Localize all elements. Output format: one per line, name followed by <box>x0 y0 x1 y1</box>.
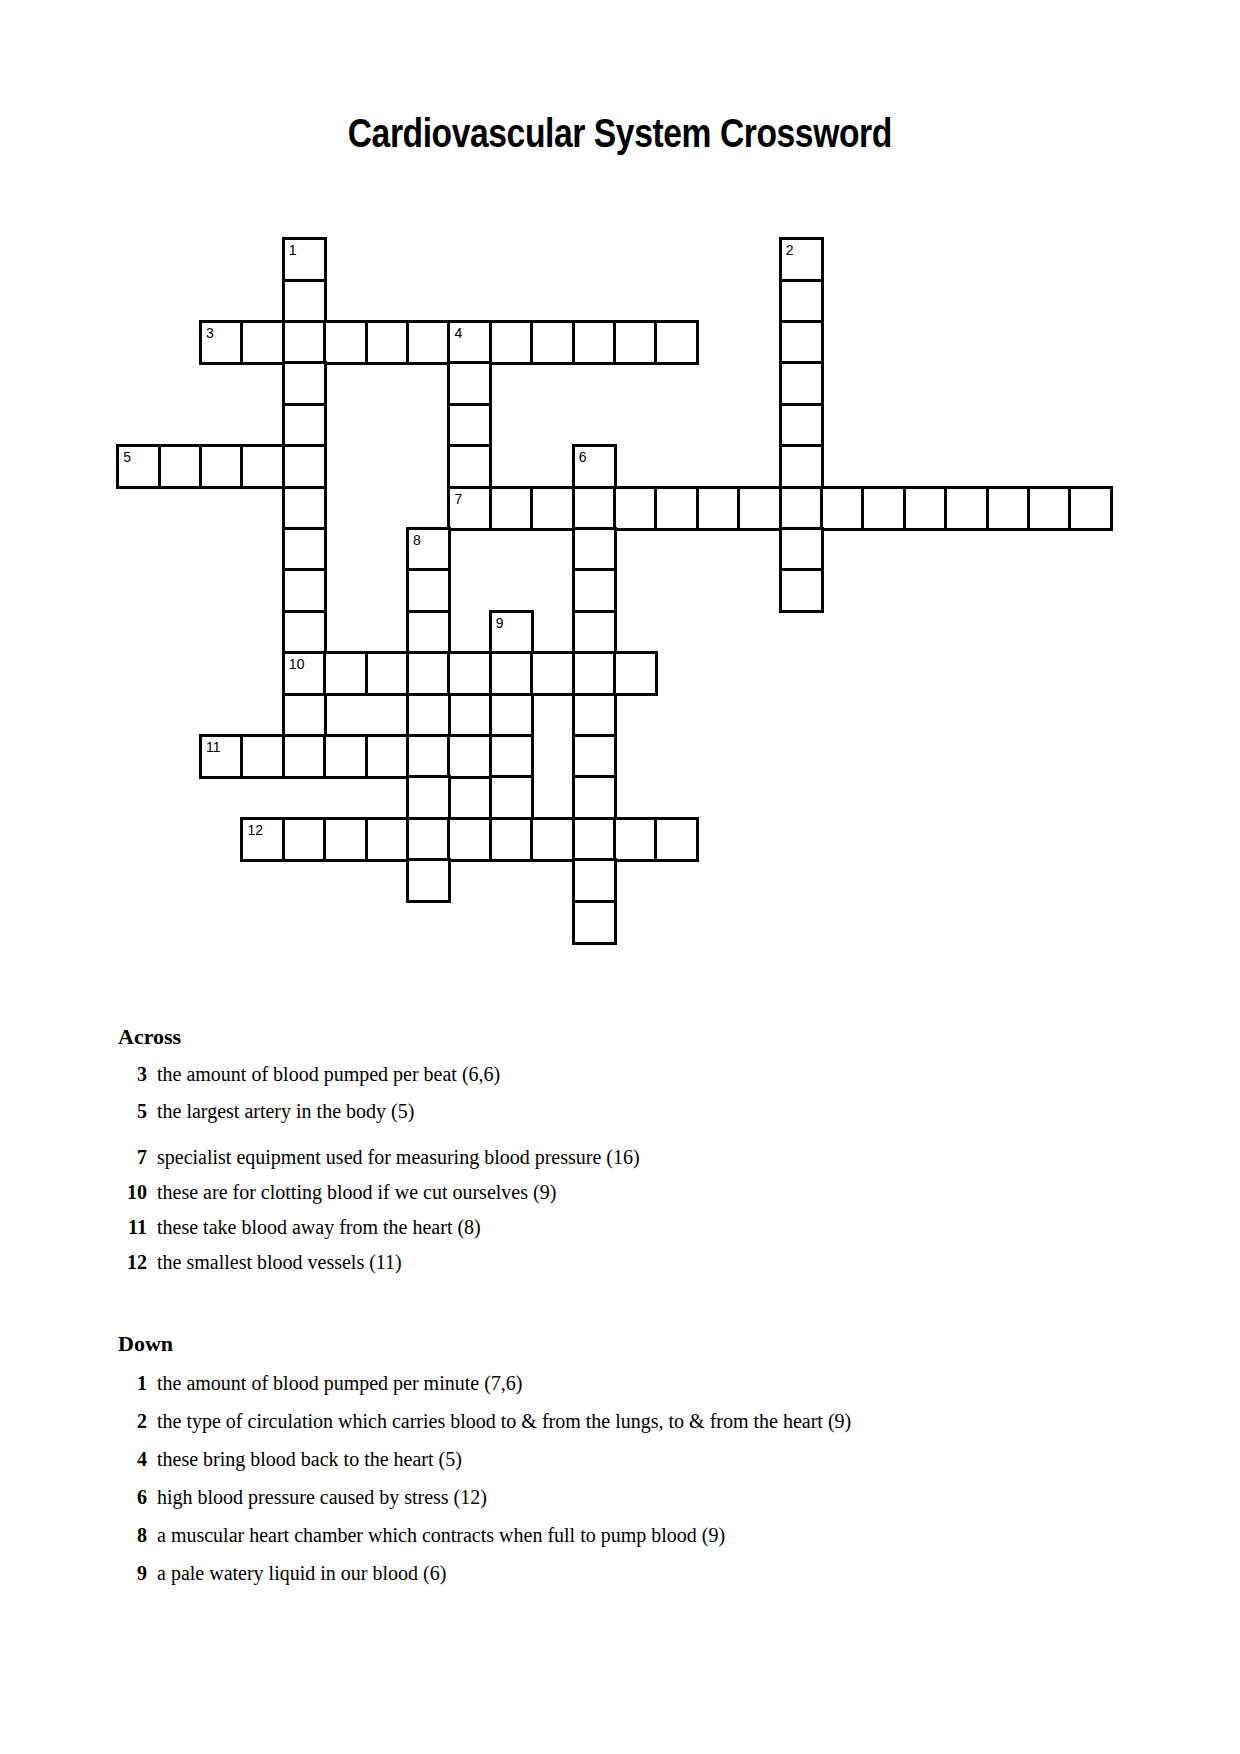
across-clue-3: 3the amount of blood pumped per beat (6,… <box>0 1062 1240 1089</box>
grid-cell-r3c4[interactable] <box>282 361 327 406</box>
clue-number-label-10: 10 <box>289 657 305 671</box>
grid-cell-r3c16[interactable] <box>779 361 824 406</box>
down-clue-6-number: 6 <box>100 1485 147 1509</box>
clue-number-label-4: 4 <box>454 326 462 340</box>
down-clue-1-number: 1 <box>100 1371 147 1395</box>
grid-cell-r9c4[interactable] <box>282 610 327 655</box>
grid-cell-r8c4[interactable] <box>282 568 327 613</box>
page-title: Cardiovascular System Crossword <box>0 112 1240 154</box>
grid-cell-r7c16[interactable] <box>779 527 824 572</box>
grid-cell-r14c9[interactable] <box>489 817 534 862</box>
grid-cell-r1c16[interactable] <box>779 279 824 324</box>
grid-cell-r14c3[interactable]: 12 <box>240 817 285 862</box>
grid-cell-r8c7[interactable] <box>406 568 451 613</box>
across-clue-12: 12the smallest blood vessels (11) <box>0 1250 1240 1277</box>
grid-cell-r1c4[interactable] <box>282 279 327 324</box>
down-clue-9-number: 9 <box>100 1561 147 1585</box>
across-clue-10-text: these are for clotting blood if we cut o… <box>157 1180 556 1204</box>
down-clue-4-number: 4 <box>100 1447 147 1471</box>
grid-cell-r8c16[interactable] <box>779 568 824 613</box>
across-clue-11: 11these take blood away from the heart (… <box>0 1215 1240 1242</box>
grid-cell-r5c3[interactable] <box>240 444 285 489</box>
across-clue-5-number: 5 <box>100 1099 147 1123</box>
grid-cell-r8c11[interactable] <box>572 568 617 613</box>
down-clue-4: 4these bring blood back to the heart (5) <box>0 1447 1240 1474</box>
grid-cell-r12c6[interactable] <box>365 734 410 779</box>
grid-cell-r12c11[interactable] <box>572 734 617 779</box>
across-clue-3-text: the amount of blood pumped per beat (6,6… <box>157 1062 500 1086</box>
grid-cell-r2c16[interactable] <box>779 320 824 365</box>
clue-number-label-6: 6 <box>579 450 587 464</box>
grid-cell-r16c11[interactable] <box>572 900 617 945</box>
page-title-text: Cardiovascular System Crossword <box>348 112 892 154</box>
grid-cell-r12c2[interactable]: 11 <box>199 734 244 779</box>
grid-cell-r6c11[interactable] <box>572 486 617 531</box>
grid-cell-r6c13[interactable] <box>654 486 699 531</box>
grid-cell-r5c16[interactable] <box>779 444 824 489</box>
grid-cell-r6c21[interactable] <box>986 486 1031 531</box>
grid-cell-r0c16[interactable]: 2 <box>779 237 824 282</box>
grid-cell-r4c16[interactable] <box>779 403 824 448</box>
across-clue-11-number: 11 <box>100 1215 147 1239</box>
grid-cell-r6c9[interactable] <box>489 486 534 531</box>
clue-number-label-12: 12 <box>247 823 263 837</box>
clue-number-label-9: 9 <box>496 616 504 630</box>
across-heading: Across <box>118 1025 181 1049</box>
down-clue-8-text: a muscular heart chamber which contracts… <box>157 1523 725 1547</box>
crossword-grid: 123456789101112 <box>118 239 1112 943</box>
grid-cell-r12c8[interactable] <box>447 734 492 779</box>
across-clue-5-text: the largest artery in the body (5) <box>157 1099 414 1123</box>
grid-cell-r2c5[interactable] <box>323 320 368 365</box>
grid-cell-r12c5[interactable] <box>323 734 368 779</box>
grid-cell-r6c20[interactable] <box>944 486 989 531</box>
grid-cell-r14c12[interactable] <box>613 817 658 862</box>
down-clue-2: 2the type of circulation which carries b… <box>0 1409 1240 1436</box>
grid-cell-r6c8[interactable]: 7 <box>447 486 492 531</box>
clue-number-label-1: 1 <box>289 243 297 257</box>
grid-cell-r10c10[interactable] <box>530 651 575 696</box>
grid-cell-r3c8[interactable] <box>447 361 492 406</box>
grid-cell-r2c4[interactable] <box>282 320 327 365</box>
grid-cell-r12c7[interactable] <box>406 734 451 779</box>
grid-cell-r7c4[interactable] <box>282 527 327 572</box>
grid-cell-r14c8[interactable] <box>447 817 492 862</box>
grid-cell-r6c10[interactable] <box>530 486 575 531</box>
grid-cell-r9c7[interactable] <box>406 610 451 655</box>
down-clue-6: 6high blood pressure caused by stress (1… <box>0 1485 1240 1512</box>
down-clue-2-text: the type of circulation which carries bl… <box>157 1409 851 1433</box>
grid-cell-r0c4[interactable]: 1 <box>282 237 327 282</box>
down-clue-9: 9a pale watery liquid in our blood (6) <box>0 1561 1240 1588</box>
grid-cell-r5c0[interactable]: 5 <box>116 444 161 489</box>
down-clue-6-text: high blood pressure caused by stress (12… <box>157 1485 487 1509</box>
grid-cell-r13c9[interactable] <box>489 775 534 820</box>
grid-cell-r6c17[interactable] <box>820 486 865 531</box>
across-clue-12-text: the smallest blood vessels (11) <box>157 1250 402 1274</box>
grid-cell-r14c13[interactable] <box>654 817 699 862</box>
clue-number-label-8: 8 <box>413 533 421 547</box>
grid-cell-r12c4[interactable] <box>282 734 327 779</box>
grid-cell-r14c5[interactable] <box>323 817 368 862</box>
clue-number-label-11: 11 <box>206 740 221 754</box>
grid-cell-r2c6[interactable] <box>365 320 410 365</box>
grid-cell-r9c9[interactable]: 9 <box>489 610 534 655</box>
grid-cell-r12c3[interactable] <box>240 734 285 779</box>
grid-cell-r6c18[interactable] <box>861 486 906 531</box>
grid-cell-r9c11[interactable] <box>572 610 617 655</box>
grid-cell-r2c10[interactable] <box>530 320 575 365</box>
grid-cell-r7c7[interactable]: 8 <box>406 527 451 572</box>
grid-cell-r12c9[interactable] <box>489 734 534 779</box>
down-clue-8: 8a muscular heart chamber which contract… <box>0 1523 1240 1550</box>
grid-cell-r14c6[interactable] <box>365 817 410 862</box>
grid-cell-r11c7[interactable] <box>406 693 451 738</box>
grid-cell-r2c11[interactable] <box>572 320 617 365</box>
grid-cell-r15c11[interactable] <box>572 858 617 903</box>
grid-cell-r6c4[interactable] <box>282 486 327 531</box>
grid-cell-r7c11[interactable] <box>572 527 617 572</box>
grid-cell-r13c11[interactable] <box>572 775 617 820</box>
grid-cell-r14c7[interactable] <box>406 817 451 862</box>
grid-cell-r4c8[interactable] <box>447 403 492 448</box>
down-clue-1-text: the amount of blood pumped per minute (7… <box>157 1371 522 1395</box>
down-clue-9-text: a pale watery liquid in our blood (6) <box>157 1561 446 1585</box>
grid-cell-r6c19[interactable] <box>903 486 948 531</box>
grid-cell-r2c9[interactable] <box>489 320 534 365</box>
grid-cell-r10c7[interactable] <box>406 651 451 696</box>
grid-cell-r5c8[interactable] <box>447 444 492 489</box>
crossword-worksheet-page: Cardiovascular System Crossword 12345678… <box>0 0 1240 1754</box>
grid-cell-r5c2[interactable] <box>199 444 244 489</box>
grid-cell-r2c2[interactable]: 3 <box>199 320 244 365</box>
grid-cell-r6c12[interactable] <box>613 486 658 531</box>
grid-cell-r4c4[interactable] <box>282 403 327 448</box>
grid-cell-r10c4[interactable]: 10 <box>282 651 327 696</box>
grid-cell-r2c13[interactable] <box>654 320 699 365</box>
grid-cell-r2c8[interactable]: 4 <box>447 320 492 365</box>
down-heading: Down <box>118 1332 173 1356</box>
across-clue-11-text: these take blood away from the heart (8) <box>157 1215 481 1239</box>
across-clue-7-number: 7 <box>100 1145 147 1169</box>
clue-number-label-7: 7 <box>454 492 462 506</box>
down-clue-2-number: 2 <box>100 1409 147 1433</box>
grid-cell-r2c7[interactable] <box>406 320 451 365</box>
down-clue-8-number: 8 <box>100 1523 147 1547</box>
down-clue-1: 1the amount of blood pumped per minute (… <box>0 1371 1240 1398</box>
grid-cell-r5c1[interactable] <box>158 444 203 489</box>
grid-cell-r6c14[interactable] <box>696 486 741 531</box>
across-clue-7-text: specialist equipment used for measuring … <box>157 1145 640 1169</box>
grid-cell-r10c5[interactable] <box>323 651 368 696</box>
grid-cell-r2c3[interactable] <box>240 320 285 365</box>
grid-cell-r5c4[interactable] <box>282 444 327 489</box>
clue-number-label-2: 2 <box>786 243 794 257</box>
across-clue-10: 10these are for clotting blood if we cut… <box>0 1180 1240 1207</box>
clue-number-label-5: 5 <box>123 450 131 464</box>
grid-cell-r6c15[interactable] <box>737 486 782 531</box>
grid-cell-r11c11[interactable] <box>572 693 617 738</box>
grid-cell-r6c23[interactable] <box>1068 486 1113 531</box>
across-clue-12-number: 12 <box>100 1250 147 1274</box>
grid-cell-r10c6[interactable] <box>365 651 410 696</box>
across-clue-7: 7specialist equipment used for measuring… <box>0 1145 1240 1172</box>
grid-cell-r5c11[interactable]: 6 <box>572 444 617 489</box>
across-clue-3-number: 3 <box>100 1062 147 1086</box>
grid-cell-r13c7[interactable] <box>406 775 451 820</box>
grid-cell-r14c4[interactable] <box>282 817 327 862</box>
across-clue-10-number: 10 <box>100 1180 147 1204</box>
grid-cell-r11c9[interactable] <box>489 693 534 738</box>
grid-cell-r10c11[interactable] <box>572 651 617 696</box>
down-clue-4-text: these bring blood back to the heart (5) <box>157 1447 462 1471</box>
across-clue-5: 5the largest artery in the body (5) <box>0 1099 1240 1126</box>
grid-cell-r10c9[interactable] <box>489 651 534 696</box>
grid-cell-r6c22[interactable] <box>1027 486 1072 531</box>
clue-number-label-3: 3 <box>206 326 214 340</box>
grid-cell-r11c4[interactable] <box>282 693 327 738</box>
grid-cell-r10c8[interactable] <box>447 651 492 696</box>
grid-cell-r14c11[interactable] <box>572 817 617 862</box>
grid-cell-r10c12[interactable] <box>613 651 658 696</box>
grid-cell-r2c12[interactable] <box>613 320 658 365</box>
grid-cell-r6c16[interactable] <box>779 486 824 531</box>
grid-cell-r15c7[interactable] <box>406 858 451 903</box>
grid-cell-r14c10[interactable] <box>530 817 575 862</box>
